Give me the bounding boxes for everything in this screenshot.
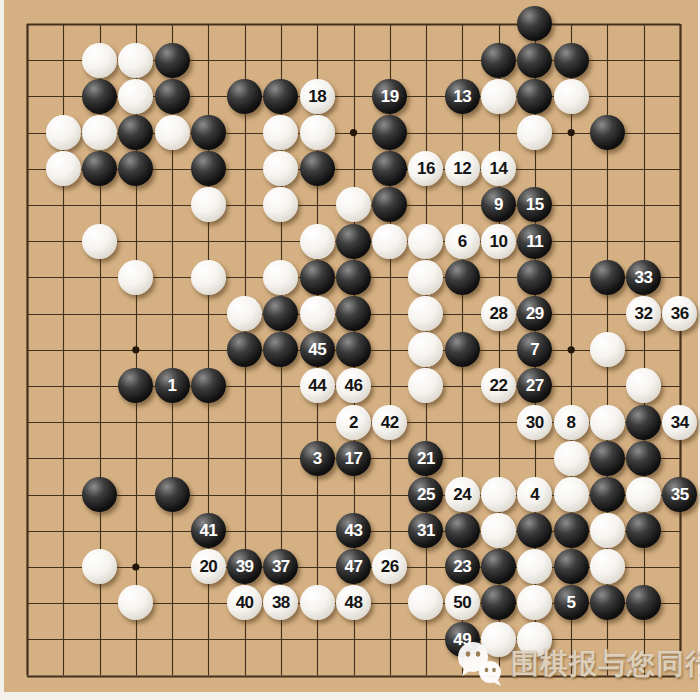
- stone-white-c15r12: [554, 441, 589, 476]
- stone-black-c12r7: [445, 260, 480, 295]
- stone-black-c4r1: [155, 43, 190, 78]
- stone-black-move-13: 13: [445, 79, 480, 114]
- stone-white-move-22: 22: [481, 368, 516, 403]
- stone-black-c12r9: [445, 332, 480, 367]
- stone-black-move-7: 7: [517, 332, 552, 367]
- stone-white-c16r15: [590, 549, 625, 584]
- stone-black-move-37: 37: [263, 549, 298, 584]
- stone-white-c3r7: [118, 260, 153, 295]
- stone-white-c4r3: [155, 115, 190, 150]
- stone-black-c15r1: [554, 43, 589, 78]
- stone-black-move-27: 27: [517, 368, 552, 403]
- stone-black-c8r7: [300, 260, 335, 295]
- stone-white-move-20: 20: [191, 549, 226, 584]
- stone-white-c2r3: [82, 115, 117, 150]
- stone-black-c12r14: [445, 513, 480, 548]
- stone-white-c8r16: [300, 585, 335, 620]
- stone-black-move-31: 31: [408, 513, 443, 548]
- stone-white-move-48: 48: [336, 585, 371, 620]
- stone-black-c14r2: [517, 79, 552, 114]
- stone-white-move-50: 50: [445, 585, 480, 620]
- stone-black-move-17: 17: [336, 441, 371, 476]
- wechat-icon: [454, 641, 506, 687]
- stone-black-c9r7: [336, 260, 371, 295]
- stone-white-move-10: 10: [481, 224, 516, 259]
- stone-white-move-8: 8: [554, 405, 589, 440]
- stone-white-move-24: 24: [445, 477, 480, 512]
- stone-white-c11r8: [408, 296, 443, 331]
- stone-white-c8r6: [300, 224, 335, 259]
- stone-black-c6r2: [227, 79, 262, 114]
- stone-white-c17r13: [626, 477, 661, 512]
- stone-white-c11r16: [408, 585, 443, 620]
- stone-white-c16r11: [590, 405, 625, 440]
- stone-black-c7r8: [263, 296, 298, 331]
- stone-white-c10r6: [372, 224, 407, 259]
- stone-black-c10r4: [372, 151, 407, 186]
- stone-white-move-46: 46: [336, 368, 371, 403]
- stone-white-c1r4: [46, 151, 81, 186]
- stone-black-c3r4: [118, 151, 153, 186]
- stone-white-move-6: 6: [445, 224, 480, 259]
- stone-black-c16r16: [590, 585, 625, 620]
- stone-black-move-21: 21: [408, 441, 443, 476]
- stone-black-c5r3: [191, 115, 226, 150]
- stone-white-c16r14: [590, 513, 625, 548]
- stone-black-move-11: 11: [517, 224, 552, 259]
- stone-white-c6r8: [227, 296, 262, 331]
- stone-white-move-28: 28: [481, 296, 516, 331]
- stone-white-c11r6: [408, 224, 443, 259]
- stone-white-move-38: 38: [263, 585, 298, 620]
- stone-black-c10r3: [372, 115, 407, 150]
- stone-black-c13r16: [481, 585, 516, 620]
- stone-white-c16r9: [590, 332, 625, 367]
- stone-black-c3r3: [118, 115, 153, 150]
- stone-black-c16r3: [590, 115, 625, 150]
- stone-black-c2r4: [82, 151, 117, 186]
- stone-white-move-42: 42: [372, 405, 407, 440]
- stone-white-c5r5: [191, 187, 226, 222]
- stone-white-c13r13: [481, 477, 516, 512]
- stone-white-c17r10: [626, 368, 661, 403]
- stone-black-c17r12: [626, 441, 661, 476]
- stone-white-c13r2: [481, 79, 516, 114]
- stone-white-c7r4: [263, 151, 298, 186]
- stone-black-c17r11: [626, 405, 661, 440]
- stone-black-c5r4: [191, 151, 226, 186]
- go-board-photo: 1819131612149156101133282932364571444622…: [4, 0, 698, 692]
- screenshot-canvas: 1819131612149156101133282932364571444622…: [0, 0, 700, 700]
- stone-black-c15r14: [554, 513, 589, 548]
- stone-black-c2r13: [82, 477, 117, 512]
- stone-white-c3r16: [118, 585, 153, 620]
- stone-white-c2r6: [82, 224, 117, 259]
- stone-black-c4r13: [155, 477, 190, 512]
- stone-black-c6r9: [227, 332, 262, 367]
- stone-white-move-2: 2: [336, 405, 371, 440]
- stone-white-move-30: 30: [517, 405, 552, 440]
- stone-black-c2r2: [82, 79, 117, 114]
- stone-white-c13r14: [481, 513, 516, 548]
- stone-white-move-12: 12: [445, 151, 480, 186]
- stone-black-move-15: 15: [517, 187, 552, 222]
- stone-black-c13r15: [481, 549, 516, 584]
- stone-white-c5r7: [191, 260, 226, 295]
- stone-white-c9r5: [336, 187, 371, 222]
- watermark: 围棋报与您同行: [454, 641, 700, 687]
- stone-black-c8r4: [300, 151, 335, 186]
- stone-black-c14r7: [517, 260, 552, 295]
- stone-black-move-3: 3: [300, 441, 335, 476]
- stone-white-c15r2: [554, 79, 589, 114]
- stone-black-move-9: 9: [481, 187, 516, 222]
- stone-black-move-29: 29: [517, 296, 552, 331]
- stone-white-c3r2: [118, 79, 153, 114]
- stone-white-move-26: 26: [372, 549, 407, 584]
- stone-black-c16r13: [590, 477, 625, 512]
- stone-white-move-4: 4: [517, 477, 552, 512]
- stone-black-move-33: 33: [626, 260, 661, 295]
- stone-black-move-35: 35: [662, 477, 697, 512]
- stone-black-c7r9: [263, 332, 298, 367]
- stone-white-c14r15: [517, 549, 552, 584]
- stone-white-move-34: 34: [662, 405, 697, 440]
- stone-black-c10r5: [372, 187, 407, 222]
- stone-white-move-40: 40: [227, 585, 262, 620]
- stone-black-c7r2: [263, 79, 298, 114]
- stone-black-move-45: 45: [300, 332, 335, 367]
- stone-black-c14r1: [517, 43, 552, 78]
- stone-black-c14r14: [517, 513, 552, 548]
- stone-black-c5r10: [191, 368, 226, 403]
- stone-black-c4r2: [155, 79, 190, 114]
- watermark-text: 围棋报与您同行: [511, 645, 700, 683]
- stone-black-move-25: 25: [408, 477, 443, 512]
- stone-white-c11r9: [408, 332, 443, 367]
- stone-white-c11r7: [408, 260, 443, 295]
- stone-black-move-1: 1: [155, 368, 190, 403]
- stone-white-c14r3: [517, 115, 552, 150]
- stone-white-move-16: 16: [408, 151, 443, 186]
- stone-white-c8r3: [300, 115, 335, 150]
- stone-black-c9r9: [336, 332, 371, 367]
- stone-black-move-41: 41: [191, 513, 226, 548]
- stone-white-c2r1: [82, 43, 117, 78]
- stone-black-c16r12: [590, 441, 625, 476]
- stone-black-c16r7: [590, 260, 625, 295]
- stone-black-c17r14: [626, 513, 661, 548]
- stone-black-c9r6: [336, 224, 371, 259]
- stone-white-move-32: 32: [626, 296, 661, 331]
- stone-black-c14r0: [517, 6, 552, 41]
- stone-white-move-18: 18: [300, 79, 335, 114]
- stone-white-c8r8: [300, 296, 335, 331]
- go-board-grid: 1819131612149156101133282932364571444622…: [9, 6, 698, 694]
- stone-white-move-44: 44: [300, 368, 335, 403]
- stone-white-c11r10: [408, 368, 443, 403]
- stone-black-move-43: 43: [336, 513, 371, 548]
- stone-white-c7r7: [263, 260, 298, 295]
- stone-black-move-39: 39: [227, 549, 262, 584]
- stone-white-c14r16: [517, 585, 552, 620]
- stone-black-c15r15: [554, 549, 589, 584]
- stone-white-c1r3: [46, 115, 81, 150]
- stone-black-move-23: 23: [445, 549, 480, 584]
- stone-white-c3r1: [118, 43, 153, 78]
- stone-black-c3r10: [118, 368, 153, 403]
- stone-black-move-5: 5: [554, 585, 589, 620]
- stone-white-c15r13: [554, 477, 589, 512]
- stone-black-c13r1: [481, 43, 516, 78]
- stone-white-c2r15: [82, 549, 117, 584]
- stone-black-c9r8: [336, 296, 371, 331]
- stone-black-c17r16: [626, 585, 661, 620]
- stone-white-move-14: 14: [481, 151, 516, 186]
- stone-white-move-36: 36: [662, 296, 697, 331]
- stone-black-move-19: 19: [372, 79, 407, 114]
- stone-black-move-47: 47: [336, 549, 371, 584]
- stone-white-c7r5: [263, 187, 298, 222]
- stone-white-c7r3: [263, 115, 298, 150]
